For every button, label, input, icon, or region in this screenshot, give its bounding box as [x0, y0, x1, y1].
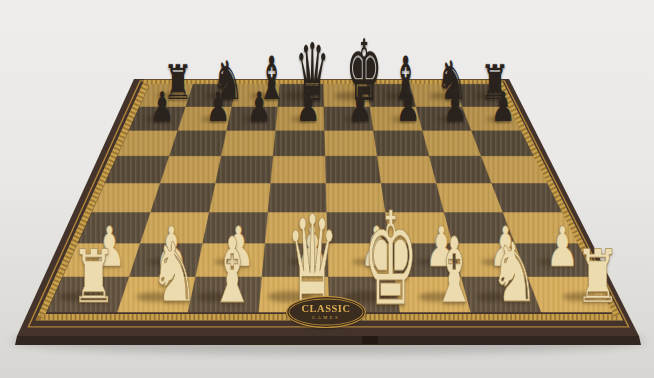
logo-text-games: GAMES: [312, 316, 340, 321]
classic-games-logo: CLASSIC GAMES: [286, 296, 366, 328]
logo-text-classic: CLASSIC: [301, 304, 350, 314]
photo-background: ♜♞♝♛♚♝♞♜♟♟♟♟♟♟♟♟♟♟♟♟♟♟♟♟♜♞♝♛♚♝♞♜ CLASSIC…: [0, 0, 654, 378]
